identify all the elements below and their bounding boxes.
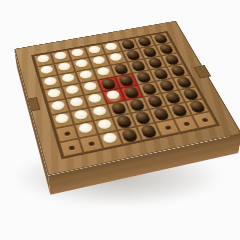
white-peg[interactable] [101,132,120,146]
black-peg[interactable] [139,125,158,139]
black-peg[interactable] [152,108,171,121]
othello-board [31,31,220,159]
black-peg[interactable] [188,100,207,113]
black-peg[interactable] [120,128,139,142]
black-peg[interactable] [115,115,134,128]
product-photo-scene [0,0,240,240]
finger-notch-left [24,97,40,112]
